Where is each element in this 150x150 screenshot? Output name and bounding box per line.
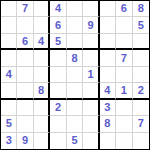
- cell-r5c3[interactable]: [34, 67, 50, 83]
- cell-r5c8[interactable]: [116, 67, 132, 83]
- given-digit: 9: [22, 135, 28, 146]
- cell-r8c8[interactable]: [116, 116, 132, 132]
- sudoku-board: 74686956458741841223587395: [0, 0, 150, 150]
- cell-r9c4[interactable]: [50, 133, 66, 149]
- cell-r9c5[interactable]: 5: [67, 133, 83, 149]
- given-digit: 7: [22, 3, 28, 14]
- cell-r1c6[interactable]: [83, 1, 99, 17]
- cell-r8c5[interactable]: [67, 116, 83, 132]
- cell-r6c9[interactable]: 2: [133, 83, 149, 99]
- given-digit: 8: [71, 53, 77, 64]
- given-digit: 8: [38, 85, 44, 96]
- cell-r4c5[interactable]: 8: [67, 50, 83, 66]
- cell-r4c9[interactable]: [133, 50, 149, 66]
- cell-r1c4[interactable]: 4: [50, 1, 66, 17]
- cell-r8c9[interactable]: 7: [133, 116, 149, 132]
- cell-r7c1[interactable]: [1, 100, 17, 116]
- cell-r3c9[interactable]: [133, 34, 149, 50]
- cell-r5c5[interactable]: [67, 67, 83, 83]
- cell-r6c1[interactable]: [1, 83, 17, 99]
- cell-r5c1[interactable]: 4: [1, 67, 17, 83]
- cell-r7c5[interactable]: [67, 100, 83, 116]
- cell-r4c2[interactable]: [17, 50, 33, 66]
- cell-r6c6[interactable]: [83, 83, 99, 99]
- cell-r3c5[interactable]: [67, 34, 83, 50]
- cell-r5c2[interactable]: [17, 67, 33, 83]
- given-digit: 7: [138, 118, 144, 129]
- cell-r4c1[interactable]: [1, 50, 17, 66]
- cell-r3c1[interactable]: [1, 34, 17, 50]
- cell-r2c9[interactable]: 5: [133, 17, 149, 33]
- cell-r4c8[interactable]: 7: [116, 50, 132, 66]
- cell-r7c9[interactable]: [133, 100, 149, 116]
- given-digit: 1: [121, 85, 127, 96]
- cell-r7c8[interactable]: [116, 100, 132, 116]
- cell-r9c1[interactable]: 3: [1, 133, 17, 149]
- cell-r4c7[interactable]: [100, 50, 116, 66]
- cell-r4c4[interactable]: [50, 50, 66, 66]
- given-digit: 6: [121, 3, 127, 14]
- cell-r3c2[interactable]: 6: [17, 34, 33, 50]
- cell-r8c6[interactable]: [83, 116, 99, 132]
- given-digit: 5: [6, 118, 12, 129]
- cell-r2c6[interactable]: 9: [83, 17, 99, 33]
- cell-r6c4[interactable]: [50, 83, 66, 99]
- cell-r4c3[interactable]: [34, 50, 50, 66]
- cell-r2c4[interactable]: 6: [50, 17, 66, 33]
- cell-r3c7[interactable]: [100, 34, 116, 50]
- given-digit: 1: [87, 69, 93, 80]
- cell-r6c2[interactable]: [17, 83, 33, 99]
- given-digit: 5: [71, 135, 77, 146]
- cell-r7c4[interactable]: 2: [50, 100, 66, 116]
- cell-r2c2[interactable]: [17, 17, 33, 33]
- cell-r8c1[interactable]: 5: [1, 116, 17, 132]
- cell-r3c6[interactable]: [83, 34, 99, 50]
- cell-r8c2[interactable]: [17, 116, 33, 132]
- cell-r3c8[interactable]: [116, 34, 132, 50]
- given-digit: 8: [104, 118, 110, 129]
- cell-r7c6[interactable]: [83, 100, 99, 116]
- given-digit: 2: [55, 102, 61, 113]
- cell-r9c7[interactable]: [100, 133, 116, 149]
- cell-r1c9[interactable]: 8: [133, 1, 149, 17]
- cell-r2c8[interactable]: [116, 17, 132, 33]
- given-digit: 4: [38, 36, 44, 47]
- given-digit: 8: [138, 3, 144, 14]
- cell-r8c4[interactable]: [50, 116, 66, 132]
- cell-r2c5[interactable]: [67, 17, 83, 33]
- cell-r7c7[interactable]: 3: [100, 100, 116, 116]
- cell-r1c2[interactable]: 7: [17, 1, 33, 17]
- given-digit: 3: [6, 135, 12, 146]
- given-digit: 5: [138, 20, 144, 31]
- given-digit: 6: [22, 36, 28, 47]
- given-digit: 5: [55, 36, 61, 47]
- cell-r9c2[interactable]: 9: [17, 133, 33, 149]
- given-digit: 2: [138, 85, 144, 96]
- cell-r3c4[interactable]: 5: [50, 34, 66, 50]
- cell-r3c3[interactable]: 4: [34, 34, 50, 50]
- cell-r1c3[interactable]: [34, 1, 50, 17]
- cell-r5c4[interactable]: [50, 67, 66, 83]
- cell-r9c3[interactable]: [34, 133, 50, 149]
- given-digit: 4: [55, 3, 61, 14]
- cell-r2c1[interactable]: [1, 17, 17, 33]
- given-digit: 6: [55, 20, 61, 31]
- given-digit: 4: [104, 85, 110, 96]
- cell-r5c7[interactable]: [100, 67, 116, 83]
- cell-r6c7[interactable]: 4: [100, 83, 116, 99]
- cell-r4c6[interactable]: [83, 50, 99, 66]
- cell-r5c6[interactable]: 1: [83, 67, 99, 83]
- cell-r7c3[interactable]: [34, 100, 50, 116]
- given-digit: 4: [6, 69, 12, 80]
- cell-r7c2[interactable]: [17, 100, 33, 116]
- cell-r9c9[interactable]: [133, 133, 149, 149]
- cell-r8c7[interactable]: 8: [100, 116, 116, 132]
- cell-r2c3[interactable]: [34, 17, 50, 33]
- given-digit: 9: [87, 20, 93, 31]
- cell-r6c8[interactable]: 1: [116, 83, 132, 99]
- cell-r5c9[interactable]: [133, 67, 149, 83]
- given-digit: 7: [121, 53, 127, 64]
- given-digit: 3: [104, 102, 110, 113]
- cell-r1c5[interactable]: [67, 1, 83, 17]
- cell-r9c6[interactable]: [83, 133, 99, 149]
- cell-r1c7[interactable]: [100, 1, 116, 17]
- cell-r1c1[interactable]: [1, 1, 17, 17]
- cell-r9c8[interactable]: [116, 133, 132, 149]
- cell-r6c3[interactable]: 8: [34, 83, 50, 99]
- cell-r2c7[interactable]: [100, 17, 116, 33]
- cell-r6c5[interactable]: [67, 83, 83, 99]
- cell-r1c8[interactable]: 6: [116, 1, 132, 17]
- cell-r8c3[interactable]: [34, 116, 50, 132]
